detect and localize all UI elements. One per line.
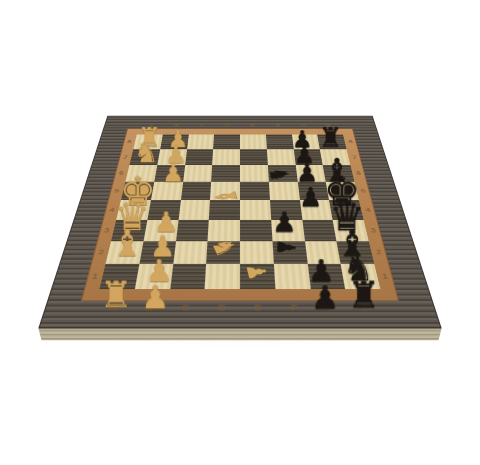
white-pawn-glyph: ♟ [162,160,184,185]
black-knight-f6[interactable]: ♞ [266,165,294,184]
white-pawn-b6[interactable]: ♟ [160,165,189,184]
white-pawn-glyph: ♟ [141,281,169,313]
white-knight-a7[interactable]: ♞ [129,149,165,165]
white-knight-d3[interactable]: ♞ [209,235,240,260]
white-knight-glyph: ♞ [134,139,159,167]
file-label-far-c: C [189,122,215,128]
white-pawn-glyph: ♟ [241,263,270,282]
chess-board: ABCDEFGH ABCDEFGH 87654321 87654321 ♜♟♟♟… [38,116,441,328]
black-pawn-f3[interactable]: ♟ [270,235,303,260]
white-bishop-glyph: ♝ [111,225,144,262]
black-pawn-g5[interactable]: ♟ [294,184,325,209]
white-pawn-b1[interactable]: ♟ [138,285,175,312]
chess-photo-scene: ABCDEFGH ABCDEFGH 87654321 87654321 ♜♟♟♟… [0,0,480,465]
black-pawn-g1[interactable]: ♟ [305,285,342,312]
black-pawn-glyph: ♟ [273,239,298,255]
black-pawn-f4[interactable]: ♟ [268,209,299,235]
black-pawn-glyph: ♟ [272,208,297,236]
white-pawn-e2[interactable]: ♟ [240,260,272,285]
black-knight-glyph: ♞ [266,167,293,182]
white-rook-glyph: ♜ [100,277,133,314]
black-rook-glyph: ♜ [318,124,342,151]
white-bishop-a3[interactable]: ♝ [107,235,151,260]
file-label-far-f: F [265,122,291,128]
black-pawn-glyph: ♟ [310,281,338,313]
board-front-edge [38,328,441,341]
white-knight-glyph: ♞ [207,235,242,258]
black-rook-h8[interactable]: ♜ [312,135,347,150]
file-label-far-d: D [215,122,240,128]
black-rook-glyph: ♜ [347,277,380,314]
black-pawn-glyph: ♟ [298,184,322,210]
file-label-far-e: E [240,122,265,128]
